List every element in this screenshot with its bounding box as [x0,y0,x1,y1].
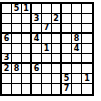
cell-r5c3[interactable] [22,44,32,54]
cell-r2c9[interactable] [82,14,92,24]
cell-r2c4[interactable]: 3 [32,14,42,24]
cell-r1c6[interactable] [52,4,62,14]
cell-r6c2[interactable] [12,54,22,64]
cell-r4c3[interactable] [22,34,32,44]
cell-r5c5[interactable]: 1 [42,44,52,54]
sudoku-board: 51327648143286517 [0,2,94,96]
cell-r2c2[interactable] [12,14,22,24]
cell-r9c7[interactable]: 7 [62,84,72,94]
cell-r6c3[interactable] [22,54,32,64]
cell-r9c1[interactable] [2,84,12,94]
cell-r3c8[interactable] [72,24,82,34]
cell-r2c8[interactable] [72,14,82,24]
cell-r7c6[interactable] [52,64,62,74]
cell-r9c5[interactable] [42,84,52,94]
cell-r3c2[interactable] [12,24,22,34]
cell-r8c3[interactable] [22,74,32,84]
cell-r4c7[interactable] [62,34,72,44]
cell-r8c8[interactable] [72,74,82,84]
cell-r8c1[interactable] [2,74,12,84]
cell-r2c6[interactable]: 2 [52,14,62,24]
cell-r5c8[interactable]: 4 [72,44,82,54]
cell-r1c5[interactable] [42,4,52,14]
cell-r1c4[interactable] [32,4,42,14]
cell-r8c7[interactable]: 5 [62,74,72,84]
cell-r9c2[interactable] [12,84,22,94]
cell-r1c3[interactable]: 1 [22,4,32,14]
cell-r3c1[interactable] [2,24,12,34]
cell-r5c9[interactable] [82,44,92,54]
cell-r6c1[interactable]: 3 [2,54,12,64]
cell-r2c3[interactable] [22,14,32,24]
cell-r3c4[interactable] [32,24,42,34]
cell-r7c1[interactable]: 2 [2,64,12,74]
cell-r3c3[interactable] [22,24,32,34]
cell-r7c7[interactable] [62,64,72,74]
cell-r4c1[interactable]: 6 [2,34,12,44]
cell-r9c6[interactable] [52,84,62,94]
cell-r1c2[interactable]: 5 [12,4,22,14]
cell-r6c5[interactable] [42,54,52,64]
cell-r4c5[interactable] [42,34,52,44]
cell-r4c4[interactable]: 4 [32,34,42,44]
cell-r5c2[interactable] [12,44,22,54]
cell-r7c5[interactable] [42,64,52,74]
cell-r9c8[interactable] [72,84,82,94]
cell-r9c4[interactable] [32,84,42,94]
cell-r7c3[interactable] [22,64,32,74]
cell-r7c2[interactable]: 8 [12,64,22,74]
cell-r5c4[interactable] [32,44,42,54]
cell-r3c9[interactable] [82,24,92,34]
cell-r1c8[interactable] [72,4,82,14]
cell-r2c1[interactable] [2,14,12,24]
cell-r6c9[interactable] [82,54,92,64]
cell-r3c7[interactable] [62,24,72,34]
cell-r7c8[interactable] [72,64,82,74]
cell-r9c3[interactable] [22,84,32,94]
cell-r8c4[interactable] [32,74,42,84]
cell-r4c6[interactable] [52,34,62,44]
cell-r4c2[interactable] [12,34,22,44]
cell-r4c9[interactable] [82,34,92,44]
cell-r5c6[interactable] [52,44,62,54]
cell-r3c6[interactable] [52,24,62,34]
cell-r1c1[interactable] [2,4,12,14]
cell-r6c4[interactable] [32,54,42,64]
cell-r6c6[interactable] [52,54,62,64]
sudoku-page: 51327648143286517 [0,0,94,96]
cell-r9c9[interactable] [82,84,92,94]
cell-r7c9[interactable] [82,64,92,74]
cell-r8c2[interactable] [12,74,22,84]
cell-r3c5[interactable]: 7 [42,24,52,34]
cell-r6c8[interactable] [72,54,82,64]
cell-r8c9[interactable]: 1 [82,74,92,84]
cell-r6c7[interactable] [62,54,72,64]
cell-r1c9[interactable] [82,4,92,14]
cell-r8c6[interactable] [52,74,62,84]
cell-r1c7[interactable] [62,4,72,14]
cell-r8c5[interactable] [42,74,52,84]
cell-r7c4[interactable]: 6 [32,64,42,74]
cell-r2c7[interactable] [62,14,72,24]
cell-r4c8[interactable]: 8 [72,34,82,44]
cell-r5c7[interactable] [62,44,72,54]
